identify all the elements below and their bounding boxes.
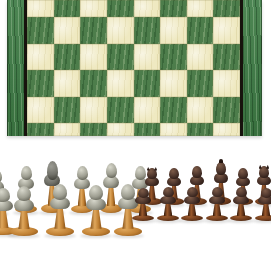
piece-bust-head xyxy=(261,188,272,198)
piece-bust-head xyxy=(212,187,223,197)
chess-piece-silver-bust xyxy=(82,185,110,236)
piece-bust-head xyxy=(187,187,198,197)
piece-bust-head xyxy=(77,166,88,180)
piece-bust-head xyxy=(21,166,32,180)
chess-piece-bronze-bust xyxy=(132,188,154,221)
piece-bust-head xyxy=(138,188,149,198)
piece-bust-head xyxy=(169,168,179,179)
piece-bust-head xyxy=(216,162,226,175)
piece-crown xyxy=(219,159,224,163)
pieces-display xyxy=(0,0,271,257)
chess-piece-bronze-bust xyxy=(255,188,271,221)
chess-piece-silver-bust xyxy=(10,186,38,236)
piece-bust-head xyxy=(17,186,31,201)
piece-stem xyxy=(139,202,148,217)
piece-bust-head xyxy=(192,166,202,178)
piece-bust-head xyxy=(106,163,117,178)
chess-set-photo xyxy=(0,0,271,257)
piece-bust-head xyxy=(47,161,58,180)
piece-bust-head xyxy=(238,168,248,179)
piece-bust-head xyxy=(236,187,247,197)
piece-bust-head xyxy=(163,187,174,197)
chess-piece-silver-bust xyxy=(46,184,74,236)
piece-stem xyxy=(54,206,65,229)
chess-piece-bronze-bust xyxy=(157,187,179,221)
chess-piece-bronze-bust xyxy=(230,187,252,221)
piece-bust-head xyxy=(89,185,103,200)
chess-piece-bronze-bust xyxy=(181,187,203,221)
piece-bust-head xyxy=(0,188,10,202)
piece-stem xyxy=(262,202,271,217)
chess-piece-bronze-bust xyxy=(206,187,228,221)
piece-bust-head xyxy=(53,184,67,200)
